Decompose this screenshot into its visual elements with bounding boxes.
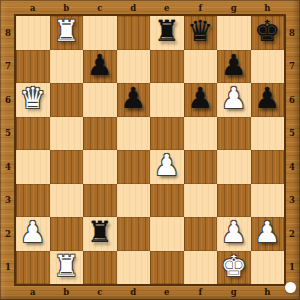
square-h7[interactable] [251,50,285,84]
file-label-h: h [251,0,285,16]
square-g8[interactable] [217,16,251,50]
square-c5[interactable] [83,117,117,151]
file-label-f: f [184,0,218,16]
square-a5[interactable] [16,117,50,151]
white-to-move-indicator [285,282,296,293]
rank-label-6: 6 [0,83,16,117]
square-e5[interactable] [150,117,184,151]
file-label-e: e [150,284,184,300]
file-label-h: h [251,284,285,300]
square-e6[interactable] [150,83,184,117]
file-label-a: a [16,0,50,16]
square-c1[interactable] [83,251,117,285]
piece-white-queen[interactable]: ♛ [20,84,46,113]
rank-label-8: 8 [284,16,300,50]
square-d8[interactable] [117,16,151,50]
square-a6[interactable]: ♛ [16,83,50,117]
rank-label-8: 8 [0,16,16,50]
square-a3[interactable] [16,184,50,218]
piece-black-pawn[interactable]: ♟ [254,84,280,113]
piece-black-pawn[interactable]: ♟ [87,51,113,80]
rank-label-3: 3 [0,184,16,218]
square-h4[interactable] [251,150,285,184]
square-e3[interactable] [150,184,184,218]
square-d6[interactable]: ♟ [117,83,151,117]
square-g4[interactable] [217,150,251,184]
piece-black-pawn[interactable]: ♟ [187,84,213,113]
rank-label-2: 2 [0,217,16,251]
square-a4[interactable] [16,150,50,184]
square-b1[interactable]: ♜ [50,251,84,285]
square-f3[interactable] [184,184,218,218]
file-label-g: g [217,284,251,300]
square-e2[interactable] [150,217,184,251]
square-g6[interactable]: ♟ [217,83,251,117]
piece-white-pawn[interactable]: ♟ [221,218,247,247]
square-c3[interactable] [83,184,117,218]
square-e4[interactable]: ♟ [150,150,184,184]
square-g7[interactable]: ♟ [217,50,251,84]
square-a2[interactable]: ♟ [16,217,50,251]
square-a8[interactable] [16,16,50,50]
board: ♜♜♛♚♟♟♛♟♟♟♟♟♟♜♟♟♜♚ [16,16,284,284]
square-f8[interactable]: ♛ [184,16,218,50]
chess-board-frame: abcdefgh abcdefgh 87654321 87654321 ♜♜♛♚… [0,0,300,300]
file-label-f: f [184,284,218,300]
square-h6[interactable]: ♟ [251,83,285,117]
square-h1[interactable] [251,251,285,285]
square-f4[interactable] [184,150,218,184]
rank-label-5: 5 [0,117,16,151]
square-h3[interactable] [251,184,285,218]
rank-label-7: 7 [284,50,300,84]
square-f2[interactable] [184,217,218,251]
square-c4[interactable] [83,150,117,184]
file-label-d: d [117,284,151,300]
file-labels-top: abcdefgh [16,0,284,16]
piece-white-pawn[interactable]: ♟ [254,218,280,247]
piece-black-rook[interactable]: ♜ [154,17,180,46]
file-label-b: b [50,0,84,16]
square-c8[interactable] [83,16,117,50]
piece-white-rook[interactable]: ♜ [53,252,79,281]
square-e8[interactable]: ♜ [150,16,184,50]
file-label-c: c [83,0,117,16]
square-b2[interactable] [50,217,84,251]
square-b8[interactable]: ♜ [50,16,84,50]
rank-labels-left: 87654321 [0,16,16,284]
rank-label-1: 1 [284,251,300,285]
rank-label-7: 7 [0,50,16,84]
square-f6[interactable]: ♟ [184,83,218,117]
rank-label-4: 4 [0,150,16,184]
square-a7[interactable] [16,50,50,84]
rank-label-3: 3 [284,184,300,218]
file-label-d: d [117,0,151,16]
square-h5[interactable] [251,117,285,151]
rank-label-1: 1 [0,251,16,285]
square-d5[interactable] [117,117,151,151]
square-b7[interactable] [50,50,84,84]
piece-black-king[interactable]: ♚ [254,17,280,46]
square-c2[interactable]: ♜ [83,217,117,251]
file-label-a: a [16,284,50,300]
piece-black-pawn[interactable]: ♟ [221,51,247,80]
square-a1[interactable] [16,251,50,285]
rank-label-5: 5 [284,117,300,151]
square-f7[interactable] [184,50,218,84]
square-b6[interactable] [50,83,84,117]
piece-white-king[interactable]: ♚ [221,252,247,281]
square-h2[interactable]: ♟ [251,217,285,251]
square-f1[interactable] [184,251,218,285]
square-d1[interactable] [117,251,151,285]
piece-white-rook[interactable]: ♜ [53,17,79,46]
square-b4[interactable] [50,150,84,184]
square-c6[interactable] [83,83,117,117]
file-label-b: b [50,284,84,300]
square-h8[interactable]: ♚ [251,16,285,50]
file-label-c: c [83,284,117,300]
square-f5[interactable] [184,117,218,151]
square-e7[interactable] [150,50,184,84]
rank-labels-right: 87654321 [284,16,300,284]
file-label-g: g [217,0,251,16]
square-b3[interactable] [50,184,84,218]
square-g3[interactable] [217,184,251,218]
piece-black-rook[interactable]: ♜ [87,218,113,247]
file-labels-bottom: abcdefgh [16,284,284,300]
piece-white-pawn[interactable]: ♟ [154,151,180,180]
square-g2[interactable]: ♟ [217,217,251,251]
file-label-e: e [150,0,184,16]
square-d2[interactable] [117,217,151,251]
square-d3[interactable] [117,184,151,218]
piece-white-pawn[interactable]: ♟ [221,84,247,113]
square-g1[interactable]: ♚ [217,251,251,285]
rank-label-6: 6 [284,83,300,117]
square-b5[interactable] [50,117,84,151]
rank-label-4: 4 [284,150,300,184]
square-g5[interactable] [217,117,251,151]
piece-black-queen[interactable]: ♛ [187,17,213,46]
square-d4[interactable] [117,150,151,184]
square-e1[interactable] [150,251,184,285]
piece-white-pawn[interactable]: ♟ [20,218,46,247]
piece-black-pawn[interactable]: ♟ [120,84,146,113]
square-d7[interactable] [117,50,151,84]
square-c7[interactable]: ♟ [83,50,117,84]
rank-label-2: 2 [284,217,300,251]
